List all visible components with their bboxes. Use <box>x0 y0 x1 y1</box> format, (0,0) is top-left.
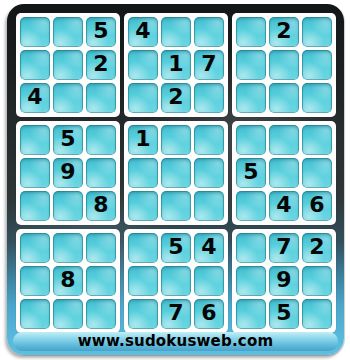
cell-r4c3[interactable] <box>86 125 116 155</box>
cell-r4c9[interactable] <box>302 125 332 155</box>
cell-r2c4[interactable] <box>128 50 158 80</box>
given-digit: 4 <box>27 86 42 108</box>
cell-r9c5[interactable]: 7 <box>161 299 191 329</box>
cell-r6c3[interactable]: 8 <box>86 191 116 221</box>
cell-r4c4[interactable]: 1 <box>128 125 158 155</box>
sudoku-board: 524417225981546854767295 <box>16 13 336 333</box>
cell-r6c9[interactable]: 6 <box>302 191 332 221</box>
cell-r2c6[interactable]: 7 <box>194 50 224 80</box>
cell-r3c5[interactable]: 2 <box>161 83 191 113</box>
cell-r8c5[interactable] <box>161 266 191 296</box>
cell-r9c7[interactable] <box>236 299 266 329</box>
cell-r3c8[interactable] <box>269 83 299 113</box>
cell-r5c4[interactable] <box>128 158 158 188</box>
cell-r8c3[interactable] <box>86 266 116 296</box>
given-digit: 8 <box>60 269 75 291</box>
given-digit: 6 <box>201 302 216 324</box>
cell-r2c7[interactable] <box>236 50 266 80</box>
cell-r8c2[interactable]: 8 <box>53 266 83 296</box>
given-digit: 2 <box>168 86 183 108</box>
box-r2c2: 1 <box>124 121 228 225</box>
cell-r4c7[interactable] <box>236 125 266 155</box>
box-r2c3: 546 <box>232 121 336 225</box>
cell-r7c4[interactable] <box>128 233 158 263</box>
given-digit: 5 <box>168 236 183 258</box>
given-digit: 7 <box>201 53 216 75</box>
cell-r1c6[interactable] <box>194 17 224 47</box>
footer-bar: www.sudokusweb.com <box>13 332 338 351</box>
cell-r1c4[interactable]: 4 <box>128 17 158 47</box>
given-digit: 9 <box>60 161 75 183</box>
cell-r7c9[interactable]: 2 <box>302 233 332 263</box>
cell-r1c7[interactable] <box>236 17 266 47</box>
cell-r7c3[interactable] <box>86 233 116 263</box>
cell-r6c8[interactable]: 4 <box>269 191 299 221</box>
cell-r8c4[interactable] <box>128 266 158 296</box>
given-digit: 2 <box>93 53 108 75</box>
cell-r8c7[interactable] <box>236 266 266 296</box>
cell-r3c4[interactable] <box>128 83 158 113</box>
cell-r6c1[interactable] <box>20 191 50 221</box>
cell-r3c7[interactable] <box>236 83 266 113</box>
given-digit: 1 <box>135 128 150 150</box>
cell-r8c1[interactable] <box>20 266 50 296</box>
cell-r8c9[interactable] <box>302 266 332 296</box>
cell-r1c5[interactable] <box>161 17 191 47</box>
given-digit: 2 <box>276 20 291 42</box>
given-digit: 9 <box>276 269 291 291</box>
cell-r1c2[interactable] <box>53 17 83 47</box>
cell-r2c8[interactable] <box>269 50 299 80</box>
given-digit: 6 <box>309 194 324 216</box>
cell-r2c3[interactable]: 2 <box>86 50 116 80</box>
box-r1c1: 524 <box>16 13 120 117</box>
cell-r9c3[interactable] <box>86 299 116 329</box>
given-digit: 7 <box>276 236 291 258</box>
given-digit: 1 <box>168 53 183 75</box>
cell-r3c1[interactable]: 4 <box>20 83 50 113</box>
given-digit: 5 <box>93 20 108 42</box>
cell-r9c6[interactable]: 6 <box>194 299 224 329</box>
cell-r5c1[interactable] <box>20 158 50 188</box>
cell-r2c2[interactable] <box>53 50 83 80</box>
box-r1c3: 2 <box>232 13 336 117</box>
cell-r3c3[interactable] <box>86 83 116 113</box>
cell-r2c5[interactable]: 1 <box>161 50 191 80</box>
box-r3c1: 8 <box>16 229 120 333</box>
cell-r7c1[interactable] <box>20 233 50 263</box>
box-r3c2: 5476 <box>124 229 228 333</box>
given-digit: 4 <box>135 20 150 42</box>
cell-r5c9[interactable] <box>302 158 332 188</box>
cell-r8c8[interactable]: 9 <box>269 266 299 296</box>
board-frame: 524417225981546854767295 www.sudokusweb.… <box>7 4 344 355</box>
box-r2c1: 598 <box>16 121 120 225</box>
cell-r6c4[interactable] <box>128 191 158 221</box>
cell-r3c6[interactable] <box>194 83 224 113</box>
cell-r9c8[interactable]: 5 <box>269 299 299 329</box>
cell-r8c6[interactable] <box>194 266 224 296</box>
given-digit: 5 <box>60 128 75 150</box>
cell-r4c8[interactable] <box>269 125 299 155</box>
cell-r6c7[interactable] <box>236 191 266 221</box>
cell-r5c6[interactable] <box>194 158 224 188</box>
cell-r7c7[interactable] <box>236 233 266 263</box>
cell-r9c4[interactable] <box>128 299 158 329</box>
cell-r6c2[interactable] <box>53 191 83 221</box>
cell-r5c8[interactable] <box>269 158 299 188</box>
cell-r4c6[interactable] <box>194 125 224 155</box>
cell-r5c5[interactable] <box>161 158 191 188</box>
cell-r9c2[interactable] <box>53 299 83 329</box>
cell-r6c5[interactable] <box>161 191 191 221</box>
given-digit: 4 <box>201 236 216 258</box>
box-r1c2: 4172 <box>124 13 228 117</box>
cell-r4c1[interactable] <box>20 125 50 155</box>
footer-url[interactable]: www.sudokusweb.com <box>78 332 273 351</box>
cell-r9c1[interactable] <box>20 299 50 329</box>
cell-r9c9[interactable] <box>302 299 332 329</box>
cell-r7c5[interactable]: 5 <box>161 233 191 263</box>
cell-r5c2[interactable]: 9 <box>53 158 83 188</box>
given-digit: 5 <box>243 161 258 183</box>
cell-r3c2[interactable] <box>53 83 83 113</box>
cell-r5c7[interactable]: 5 <box>236 158 266 188</box>
cell-r1c1[interactable] <box>20 17 50 47</box>
cell-r6c6[interactable] <box>194 191 224 221</box>
cell-r1c9[interactable] <box>302 17 332 47</box>
cell-r2c9[interactable] <box>302 50 332 80</box>
box-r3c3: 7295 <box>232 229 336 333</box>
cell-r5c3[interactable] <box>86 158 116 188</box>
cell-r1c3[interactable]: 5 <box>86 17 116 47</box>
given-digit: 8 <box>93 194 108 216</box>
cell-r4c2[interactable]: 5 <box>53 125 83 155</box>
given-digit: 7 <box>168 302 183 324</box>
given-digit: 5 <box>276 302 291 324</box>
cell-r4c5[interactable] <box>161 125 191 155</box>
given-digit: 4 <box>276 194 291 216</box>
cell-r7c6[interactable]: 4 <box>194 233 224 263</box>
cell-r7c8[interactable]: 7 <box>269 233 299 263</box>
cell-r2c1[interactable] <box>20 50 50 80</box>
given-digit: 2 <box>309 236 324 258</box>
cell-r1c8[interactable]: 2 <box>269 17 299 47</box>
cell-r7c2[interactable] <box>53 233 83 263</box>
cell-r3c9[interactable] <box>302 83 332 113</box>
